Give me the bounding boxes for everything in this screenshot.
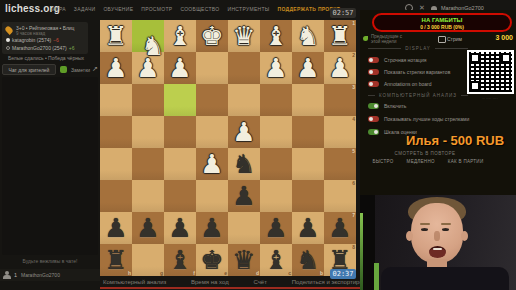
nav-item-2[interactable]: ОБУЧЕНИЕ (103, 6, 133, 12)
spectators-row: 1 MarathonGo2700 (0, 269, 100, 281)
replay-header: СМОТРЕТЬ В ПОВТОРЕ (370, 151, 480, 156)
coord-rank-5: 5 (352, 148, 355, 154)
white-king-e1[interactable]: ♚ (200, 20, 223, 52)
analysis-toggle-1[interactable] (368, 116, 379, 122)
black-bishop-f8[interactable]: ♝ (168, 244, 191, 276)
square-e7[interactable]: ♟ (196, 212, 228, 244)
square-e4[interactable] (196, 116, 228, 148)
square-b1[interactable]: ♞ (292, 20, 324, 52)
goal-amount: 3 000 (495, 34, 513, 41)
spectator-icon (5, 271, 9, 275)
tab-notes[interactable]: Заметки (71, 67, 90, 73)
analysis-label-0: Включить (384, 103, 406, 109)
coord-rank-3: 3 (352, 84, 355, 90)
nav-item-0[interactable]: ИГРА (52, 6, 66, 12)
black-king-e8[interactable]: ♚ (200, 244, 223, 276)
chat-messages-area[interactable] (2, 77, 98, 255)
coord-rank-7: 7 (352, 212, 355, 218)
replay-speed-options: БЫСТРОМЕДЛЕННОКАК В ПАРТИИ (366, 159, 490, 164)
bottom-accent-line (100, 287, 378, 289)
streamer-webcam (375, 195, 516, 290)
square-h6[interactable] (100, 180, 132, 212)
stream-overlay-panel: НА ГАМБИТЫ 0 / 3 000 RUB (0%) Предыдущие… (360, 10, 516, 195)
white-pawn-b2[interactable]: ♟ (296, 52, 319, 84)
square-f4[interactable] (164, 116, 196, 148)
square-g5[interactable] (132, 148, 164, 180)
square-b3[interactable] (292, 84, 324, 116)
square-a2[interactable]: ♟2 (324, 52, 356, 84)
black-pawn-h7[interactable]: ♟ (104, 212, 127, 244)
goal-title: НА ГАМБИТЫ (374, 16, 510, 24)
square-g7[interactable]: ♟ (132, 212, 164, 244)
square-h8[interactable]: ♜h (100, 244, 132, 276)
analysis-menu-bar: Компьютерный анализВремя на ходСчётПодел… (100, 276, 378, 287)
white-pawn-a2[interactable]: ♟ (328, 52, 351, 84)
square-a4[interactable]: 4 (324, 116, 356, 148)
black-knight-d5[interactable]: ♞ (232, 148, 255, 180)
analysis-label-1: Показывать лучшие ходы стрелками (384, 116, 469, 122)
display-toggle-0[interactable] (368, 57, 379, 63)
white-clock: 02:57 (330, 8, 356, 18)
stream-icon (438, 36, 446, 43)
chat-notice: Будьте вежливы в чате! (0, 258, 100, 264)
donation-goal-banner: НА ГАМБИТЫ 0 / 3 000 RUB (0%) (372, 13, 512, 32)
square-e8[interactable]: ♚e (196, 244, 228, 276)
square-c6[interactable] (260, 180, 292, 212)
square-c3[interactable] (260, 84, 292, 116)
display-toggle-2[interactable] (368, 81, 379, 87)
square-h3[interactable] (100, 84, 132, 116)
square-b8[interactable]: ♞b (292, 244, 324, 276)
webcam-region (360, 195, 516, 290)
square-a7[interactable]: ♟7 (324, 212, 356, 244)
nav-item-3[interactable]: ПРОСМОТР (141, 6, 172, 12)
white-pawn-f2[interactable]: ♟ (168, 52, 191, 84)
chat-expand-icon[interactable]: ↗ (92, 65, 98, 73)
square-f2[interactable]: ♟ (164, 52, 196, 84)
replay-option-2[interactable]: КАК В ПАРТИИ (448, 159, 484, 164)
analysis-menu-item-0[interactable]: Компьютерный анализ (103, 279, 166, 285)
analysis-section-header: КОМПЬЮТЕРНЫЙ АНАЛИЗ (368, 93, 468, 98)
spectator-count: 1 (14, 272, 17, 278)
analysis-menu-item-1[interactable]: Время на ход (191, 279, 229, 285)
white-rook-a1[interactable]: ♜ (328, 20, 351, 52)
square-c8[interactable]: ♝c (260, 244, 292, 276)
eye (442, 228, 449, 231)
square-a5[interactable]: 5 (324, 148, 356, 180)
white-pawn-d4[interactable]: ♟ (232, 116, 255, 148)
square-a3[interactable]: 3 (324, 84, 356, 116)
square-c5[interactable] (260, 148, 292, 180)
spectator-name[interactable]: MarathonGo2700 (21, 272, 60, 278)
replay-option-0[interactable]: БЫСТРО (373, 159, 394, 164)
black-rating-delta: +6 (69, 45, 75, 51)
white-knight-animating-g1-f3[interactable]: ♞ (137, 30, 169, 62)
black-pawn-d6[interactable]: ♟ (232, 180, 255, 212)
square-f6[interactable] (164, 180, 196, 212)
square-d3[interactable] (228, 84, 260, 116)
nav-item-4[interactable]: СООБЩЕСТВО (180, 6, 219, 12)
white-rook-h1[interactable]: ♜ (104, 20, 127, 52)
black-queen-d8[interactable]: ♛ (232, 244, 255, 276)
square-b6[interactable] (292, 180, 324, 212)
replay-option-1[interactable]: МЕДЛЕННО (407, 159, 435, 164)
coord-rank-2: 2 (352, 52, 355, 58)
coord-rank-8: 8 (352, 244, 355, 250)
square-d4[interactable]: ♟ (228, 116, 260, 148)
square-h1[interactable]: ♜ (100, 20, 132, 52)
streamer-jacket (381, 267, 509, 290)
game-time-ago: 9 часов назад (16, 31, 45, 36)
black-pawn-c7[interactable]: ♟ (264, 212, 287, 244)
square-f5[interactable] (164, 148, 196, 180)
qr-caption: ·· ···· ···· (464, 96, 516, 101)
square-h5[interactable] (100, 148, 132, 180)
black-rook-h8[interactable]: ♜ (104, 244, 127, 276)
coord-rank-4: 4 (352, 116, 355, 122)
square-e2[interactable] (196, 52, 228, 84)
nav-item-1[interactable]: ЗАДАЧИ (74, 6, 96, 12)
display-row-0: Строчная нотация (368, 56, 426, 64)
stream-label: Стрим (447, 36, 462, 42)
square-c2[interactable]: ♟ (260, 52, 292, 84)
square-e6[interactable] (196, 180, 228, 212)
nav-item-5[interactable]: ИНСТРУМЕНТЫ (228, 6, 270, 12)
game-meta-box: 3+0 • Рейтинговая • Блиц 9 часов назад k… (2, 22, 88, 54)
white-color-icon (6, 38, 10, 42)
square-b5[interactable] (292, 148, 324, 180)
eye (421, 228, 428, 231)
square-e1[interactable]: ♚ (196, 20, 228, 52)
donation-alert-text: Илья - 500 RUB (394, 133, 516, 148)
black-pawn-g7[interactable]: ♟ (136, 212, 159, 244)
square-c4[interactable] (260, 116, 292, 148)
square-f3[interactable] (164, 84, 196, 116)
analysis-row-1: Показывать лучшие ходы стрелками (368, 115, 469, 123)
audio-meter-right (374, 263, 379, 290)
chat-toggle[interactable] (60, 66, 67, 73)
black-knight-b8[interactable]: ♞ (296, 244, 319, 276)
blitz-flame-icon (4, 25, 14, 35)
audio-meter-left (360, 213, 363, 290)
lichess-stream-page: lichess.org ИГРАЗАДАЧИОБУЧЕНИЕПРОСМОТРСО… (0, 0, 516, 290)
square-e3[interactable] (196, 84, 228, 116)
main-nav: ИГРАЗАДАЧИОБУЧЕНИЕПРОСМОТРСООБЩЕСТВОИНСТ… (52, 6, 340, 12)
black-color-icon (6, 46, 10, 50)
analysis-toggle-0[interactable] (368, 103, 379, 109)
square-b2[interactable]: ♟ (292, 52, 324, 84)
black-pawn-f7[interactable]: ♟ (168, 212, 191, 244)
square-d1[interactable]: ♛ (228, 20, 260, 52)
square-h7[interactable]: ♟ (100, 212, 132, 244)
square-f7[interactable]: ♟ (164, 212, 196, 244)
white-player-row[interactable]: katagrobin (2574)−6 (6, 37, 59, 43)
display-label-2: Annotations on board (384, 81, 432, 87)
square-a6[interactable]: 6 (324, 180, 356, 212)
white-queen-d1[interactable]: ♛ (232, 20, 255, 52)
square-g8[interactable]: g (132, 244, 164, 276)
white-pawn-e5[interactable]: ♟ (200, 148, 223, 180)
coord-rank-6: 6 (352, 180, 355, 186)
square-b7[interactable]: ♟ (292, 212, 324, 244)
white-bishop-f1[interactable]: ♝ (168, 20, 191, 52)
square-g4[interactable] (132, 116, 164, 148)
analysis-menu-item-2[interactable]: Счёт (253, 279, 266, 285)
display-section-header: DISPLAY (368, 46, 468, 51)
square-d5[interactable]: ♞ (228, 148, 260, 180)
black-bishop-c8[interactable]: ♝ (264, 244, 287, 276)
square-f8[interactable]: ♝f (164, 244, 196, 276)
chat-tabs: Чат для зрителей Заметки ↗ (2, 64, 98, 76)
display-label-0: Строчная нотация (384, 57, 426, 63)
white-pawn-c2[interactable]: ♟ (264, 52, 287, 84)
white-bishop-c1[interactable]: ♝ (264, 20, 287, 52)
square-c7[interactable]: ♟ (260, 212, 292, 244)
square-d6[interactable]: ♟ (228, 180, 260, 212)
square-h2[interactable]: ♟ (100, 52, 132, 84)
game-result-text: Белые сдались • Победа чёрных (0, 55, 92, 61)
leaf-icon (363, 36, 368, 41)
black-pawn-b7[interactable]: ♟ (296, 212, 319, 244)
display-row-2: Annotations on board (368, 80, 432, 88)
previous-streams-text: Предыдущие с этой недели (371, 34, 402, 44)
square-e5[interactable]: ♟ (196, 148, 228, 180)
display-toggle-1[interactable] (368, 69, 379, 75)
square-c1[interactable]: ♝ (260, 20, 292, 52)
square-d2[interactable] (228, 52, 260, 84)
square-d8[interactable]: ♛d (228, 244, 260, 276)
square-g6[interactable] (132, 180, 164, 212)
black-player-row[interactable]: MarathonGo2700 (2547)+6 (6, 45, 74, 51)
display-row-1: Показать стрелки вариантов (368, 68, 450, 76)
donation-qr-code (467, 50, 514, 94)
white-knight-b1[interactable]: ♞ (296, 20, 319, 52)
display-label-1: Показать стрелки вариантов (384, 69, 450, 75)
analysis-row-0: Включить (368, 102, 406, 110)
square-g3[interactable] (132, 84, 164, 116)
black-pawn-e7[interactable]: ♟ (200, 212, 223, 244)
goal-progress: 0 / 3 000 RUB (0%) (374, 24, 510, 30)
square-b4[interactable] (292, 116, 324, 148)
tab-spectator-chat[interactable]: Чат для зрителей (2, 64, 56, 75)
white-pawn-h2[interactable]: ♟ (104, 52, 127, 84)
white-rating-delta: −6 (53, 37, 59, 43)
square-a1[interactable]: ♜1 (324, 20, 356, 52)
analysis-toggle-2[interactable] (368, 129, 379, 135)
square-h4[interactable] (100, 116, 132, 148)
black-pawn-a7[interactable]: ♟ (328, 212, 351, 244)
square-d7[interactable] (228, 212, 260, 244)
square-f1[interactable]: ♝ (164, 20, 196, 52)
coord-rank-1: 1 (352, 20, 355, 26)
